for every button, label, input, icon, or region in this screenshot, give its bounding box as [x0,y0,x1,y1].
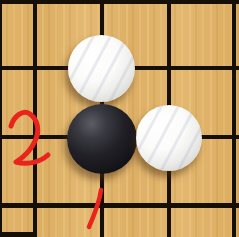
board-edge-segment [0,232,34,237]
board-wood [0,0,239,237]
stone-white-2[interactable] [136,105,202,171]
grid-line-h-0 [0,0,239,4]
stone-black-1[interactable] [67,104,137,174]
stone-white-1[interactable] [68,35,135,102]
grid-line-v-4 [232,0,236,237]
grid-line-h-3 [0,203,239,208]
go-board[interactable] [0,0,239,237]
grid-line-v-0 [0,0,2,237]
grid-line-v-1 [33,0,37,237]
